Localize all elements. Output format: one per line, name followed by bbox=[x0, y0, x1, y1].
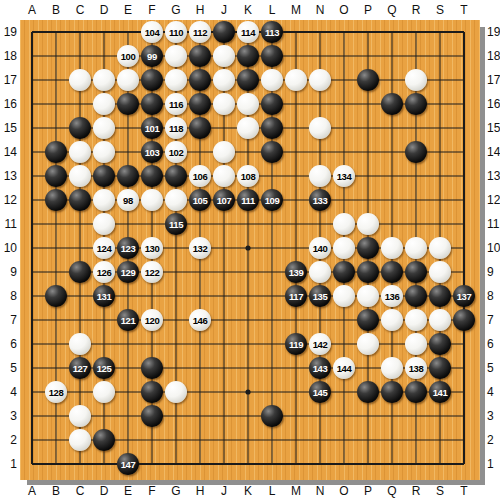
stone-D11-white bbox=[93, 213, 115, 235]
stone-C12-black bbox=[69, 189, 91, 211]
col-label-O: O bbox=[332, 483, 356, 500]
stone-G14-white: 102 bbox=[165, 141, 187, 163]
stone-S4-black: 141 bbox=[429, 381, 451, 403]
col-label-A: A bbox=[20, 0, 44, 20]
stone-C13-white bbox=[69, 165, 91, 187]
stone-E12-white: 98 bbox=[117, 189, 139, 211]
row-label-15: 15 bbox=[0, 116, 20, 140]
stone-S10-white bbox=[429, 237, 451, 259]
col-label-P: P bbox=[356, 0, 380, 20]
stone-Q16-black bbox=[381, 93, 403, 115]
col-label-T: T bbox=[452, 483, 476, 500]
stone-F4-black bbox=[141, 381, 163, 403]
row-label-17: 17 bbox=[487, 68, 500, 92]
col-label-B: B bbox=[44, 0, 68, 20]
stone-F9-white: 122 bbox=[141, 261, 163, 283]
stone-L17-white bbox=[261, 69, 283, 91]
col-label-R: R bbox=[404, 483, 428, 500]
stone-B12-black bbox=[45, 189, 67, 211]
stone-O10-white bbox=[333, 237, 355, 259]
stone-S7-white bbox=[429, 309, 451, 331]
stone-O11-white bbox=[333, 213, 355, 235]
row-label-14: 14 bbox=[487, 140, 500, 164]
row-label-11: 11 bbox=[0, 212, 20, 236]
stone-H19-white: 112 bbox=[189, 21, 211, 43]
col-label-J: J bbox=[212, 0, 236, 20]
stone-N5-black: 143 bbox=[309, 357, 331, 379]
stone-Q8-white: 136 bbox=[381, 285, 403, 307]
row-label-7: 7 bbox=[487, 308, 500, 332]
stone-Q7-white bbox=[381, 309, 403, 331]
stone-K15-white bbox=[237, 117, 259, 139]
row-label-15: 15 bbox=[487, 116, 500, 140]
col-label-G: G bbox=[164, 0, 188, 20]
row-label-13: 13 bbox=[487, 164, 500, 188]
stone-G4-white bbox=[165, 381, 187, 403]
stone-J18-white bbox=[213, 45, 235, 67]
col-label-B: B bbox=[44, 483, 68, 500]
col-label-K: K bbox=[236, 483, 260, 500]
stone-F12-white bbox=[141, 189, 163, 211]
col-label-M: M bbox=[284, 0, 308, 20]
stone-D8-black: 131 bbox=[93, 285, 115, 307]
stone-R16-black bbox=[405, 93, 427, 115]
stone-G16-white: 116 bbox=[165, 93, 187, 115]
stone-N10-white: 140 bbox=[309, 237, 331, 259]
stone-F3-black bbox=[141, 405, 163, 427]
stone-F16-black bbox=[141, 93, 163, 115]
stone-E17-white bbox=[117, 69, 139, 91]
stone-M9-black: 139 bbox=[285, 261, 307, 283]
stone-G13-black bbox=[165, 165, 187, 187]
stone-H16-black bbox=[189, 93, 211, 115]
stone-H7-white: 146 bbox=[189, 309, 211, 331]
stone-N8-black: 135 bbox=[309, 285, 331, 307]
stone-R10-white bbox=[405, 237, 427, 259]
stone-M8-black: 117 bbox=[285, 285, 307, 307]
stone-B14-black bbox=[45, 141, 67, 163]
stone-K18-black bbox=[237, 45, 259, 67]
row-label-5: 5 bbox=[0, 356, 20, 380]
stone-H10-white: 132 bbox=[189, 237, 211, 259]
row-label-11: 11 bbox=[487, 212, 500, 236]
stone-J19-black bbox=[213, 21, 235, 43]
col-label-N: N bbox=[308, 0, 332, 20]
stone-N15-white bbox=[309, 117, 331, 139]
stone-E9-black: 129 bbox=[117, 261, 139, 283]
col-label-O: O bbox=[332, 0, 356, 20]
stone-F13-black bbox=[141, 165, 163, 187]
stone-R17-white bbox=[405, 69, 427, 91]
stone-T8-black: 137 bbox=[453, 285, 475, 307]
go-board[interactable]: 1041101121141131009911610111810310210610… bbox=[20, 20, 480, 480]
col-label-C: C bbox=[68, 483, 92, 500]
stone-G12-white bbox=[165, 189, 187, 211]
stone-R7-white bbox=[405, 309, 427, 331]
col-label-H: H bbox=[188, 483, 212, 500]
stone-M17-white bbox=[285, 69, 307, 91]
stone-E1-black: 147 bbox=[117, 453, 139, 475]
row-label-18: 18 bbox=[0, 44, 20, 68]
row-label-9: 9 bbox=[0, 260, 20, 284]
col-label-S: S bbox=[428, 483, 452, 500]
stone-O5-white: 144 bbox=[333, 357, 355, 379]
col-label-D: D bbox=[92, 483, 116, 500]
stone-P10-black bbox=[357, 237, 379, 259]
row-label-16: 16 bbox=[487, 92, 500, 116]
stone-H18-black bbox=[189, 45, 211, 67]
stone-C6-white bbox=[69, 333, 91, 355]
stone-E7-black: 121 bbox=[117, 309, 139, 331]
stone-L3-black bbox=[261, 405, 283, 427]
col-label-K: K bbox=[236, 0, 260, 20]
stone-J17-white bbox=[213, 69, 235, 91]
stone-E10-black: 123 bbox=[117, 237, 139, 259]
stone-D2-black bbox=[93, 429, 115, 451]
stone-P4-black bbox=[357, 381, 379, 403]
stone-D13-black bbox=[93, 165, 115, 187]
stone-F5-black bbox=[141, 357, 163, 379]
stone-S5-black bbox=[429, 357, 451, 379]
column-labels-top: ABCDEFGHJKLMNOPQRST bbox=[20, 0, 476, 20]
row-label-12: 12 bbox=[487, 188, 500, 212]
stone-P7-black bbox=[357, 309, 379, 331]
stone-N6-white: 142 bbox=[309, 333, 331, 355]
row-labels-left: 19181716151413121110987654321 bbox=[0, 20, 20, 476]
row-label-10: 10 bbox=[487, 236, 500, 260]
stone-K13-white: 108 bbox=[237, 165, 259, 187]
stone-K12-black: 111 bbox=[237, 189, 259, 211]
col-label-A: A bbox=[20, 483, 44, 500]
col-label-S: S bbox=[428, 0, 452, 20]
stone-G18-white bbox=[165, 45, 187, 67]
stone-G15-white: 118 bbox=[165, 117, 187, 139]
stone-D17-white bbox=[93, 69, 115, 91]
stone-C2-white bbox=[69, 429, 91, 451]
row-label-10: 10 bbox=[0, 236, 20, 260]
stone-H15-black bbox=[189, 117, 211, 139]
stone-Q10-white bbox=[381, 237, 403, 259]
stone-K19-white: 114 bbox=[237, 21, 259, 43]
stone-R14-black bbox=[405, 141, 427, 163]
stone-J16-white bbox=[213, 93, 235, 115]
stone-N9-white bbox=[309, 261, 331, 283]
col-label-L: L bbox=[260, 0, 284, 20]
row-label-4: 4 bbox=[487, 380, 500, 404]
stone-J12-black: 107 bbox=[213, 189, 235, 211]
stone-L18-black bbox=[261, 45, 283, 67]
col-label-F: F bbox=[140, 483, 164, 500]
stone-H17-black bbox=[189, 69, 211, 91]
stone-L12-black: 109 bbox=[261, 189, 283, 211]
stone-M6-black: 119 bbox=[285, 333, 307, 355]
stone-Q9-black bbox=[381, 261, 403, 283]
col-label-F: F bbox=[140, 0, 164, 20]
stone-E18-white: 100 bbox=[117, 45, 139, 67]
stone-R8-black bbox=[405, 285, 427, 307]
row-label-3: 3 bbox=[0, 404, 20, 428]
stone-P11-white bbox=[357, 213, 379, 235]
stone-C3-white bbox=[69, 405, 91, 427]
col-label-H: H bbox=[188, 0, 212, 20]
row-label-19: 19 bbox=[0, 20, 20, 44]
col-label-G: G bbox=[164, 483, 188, 500]
col-label-R: R bbox=[404, 0, 428, 20]
stone-C15-black bbox=[69, 117, 91, 139]
stone-F17-black bbox=[141, 69, 163, 91]
stone-E16-black bbox=[117, 93, 139, 115]
col-label-E: E bbox=[116, 0, 140, 20]
row-label-2: 2 bbox=[0, 428, 20, 452]
stone-F18-black: 99 bbox=[141, 45, 163, 67]
stone-S6-black bbox=[429, 333, 451, 355]
col-label-N: N bbox=[308, 483, 332, 500]
row-label-8: 8 bbox=[0, 284, 20, 308]
col-label-L: L bbox=[260, 483, 284, 500]
stone-G19-white: 110 bbox=[165, 21, 187, 43]
row-label-1: 1 bbox=[487, 452, 500, 476]
stone-R9-black bbox=[405, 261, 427, 283]
row-label-19: 19 bbox=[487, 20, 500, 44]
stone-O8-white bbox=[333, 285, 355, 307]
stone-Q4-black bbox=[381, 381, 403, 403]
row-label-16: 16 bbox=[0, 92, 20, 116]
row-label-5: 5 bbox=[487, 356, 500, 380]
stone-P17-black bbox=[357, 69, 379, 91]
stone-R4-black bbox=[405, 381, 427, 403]
stone-N4-black: 145 bbox=[309, 381, 331, 403]
row-label-4: 4 bbox=[0, 380, 20, 404]
stone-B4-white: 128 bbox=[45, 381, 67, 403]
stone-F15-black: 101 bbox=[141, 117, 163, 139]
row-labels-right: 19181716151413121110987654321 bbox=[487, 20, 500, 476]
stones-layer: 1041101121141131009911610111810310210610… bbox=[20, 20, 476, 476]
col-label-J: J bbox=[212, 483, 236, 500]
stone-D15-white bbox=[93, 117, 115, 139]
stone-F7-white: 120 bbox=[141, 309, 163, 331]
stone-H12-black: 105 bbox=[189, 189, 211, 211]
stone-E13-black bbox=[117, 165, 139, 187]
column-labels-bottom: ABCDEFGHJKLMNOPQRST bbox=[20, 483, 476, 500]
stone-C9-black bbox=[69, 261, 91, 283]
stone-H13-white: 106 bbox=[189, 165, 211, 187]
stone-D10-white: 124 bbox=[93, 237, 115, 259]
stone-J13-white bbox=[213, 165, 235, 187]
stone-L16-black bbox=[261, 93, 283, 115]
go-board-app: ABCDEFGHJKLMNOPQRST ABCDEFGHJKLMNOPQRST … bbox=[0, 0, 500, 500]
stone-N17-white bbox=[309, 69, 331, 91]
stone-O9-black bbox=[333, 261, 355, 283]
stone-K16-white bbox=[237, 93, 259, 115]
stone-D14-white bbox=[93, 141, 115, 163]
stone-D9-white: 126 bbox=[93, 261, 115, 283]
stone-P8-white bbox=[357, 285, 379, 307]
col-label-D: D bbox=[92, 0, 116, 20]
stone-D5-black: 125 bbox=[93, 357, 115, 379]
stone-D12-white bbox=[93, 189, 115, 211]
stone-D16-white bbox=[93, 93, 115, 115]
stone-P6-white bbox=[357, 333, 379, 355]
col-label-Q: Q bbox=[380, 0, 404, 20]
col-label-E: E bbox=[116, 483, 140, 500]
stone-C14-white bbox=[69, 141, 91, 163]
stone-N12-black: 133 bbox=[309, 189, 331, 211]
stone-B13-black bbox=[45, 165, 67, 187]
stone-F19-white: 104 bbox=[141, 21, 163, 43]
stone-P9-black bbox=[357, 261, 379, 283]
row-label-8: 8 bbox=[487, 284, 500, 308]
row-label-18: 18 bbox=[487, 44, 500, 68]
col-label-M: M bbox=[284, 483, 308, 500]
stone-R5-white: 138 bbox=[405, 357, 427, 379]
stone-B8-black bbox=[45, 285, 67, 307]
col-label-Q: Q bbox=[380, 483, 404, 500]
stone-N13-white bbox=[309, 165, 331, 187]
stone-S8-black bbox=[429, 285, 451, 307]
stone-O13-white: 134 bbox=[333, 165, 355, 187]
stone-R6-white bbox=[405, 333, 427, 355]
stone-D4-white bbox=[93, 381, 115, 403]
col-label-C: C bbox=[68, 0, 92, 20]
row-label-9: 9 bbox=[487, 260, 500, 284]
stone-S9-white bbox=[429, 261, 451, 283]
stone-G17-white bbox=[165, 69, 187, 91]
stone-F14-black: 103 bbox=[141, 141, 163, 163]
stone-K17-black bbox=[237, 69, 259, 91]
row-label-7: 7 bbox=[0, 308, 20, 332]
row-label-1: 1 bbox=[0, 452, 20, 476]
row-label-2: 2 bbox=[487, 428, 500, 452]
stone-F10-white: 130 bbox=[141, 237, 163, 259]
stone-J14-white bbox=[213, 141, 235, 163]
row-label-12: 12 bbox=[0, 188, 20, 212]
row-label-17: 17 bbox=[0, 68, 20, 92]
stone-G11-black: 115 bbox=[165, 213, 187, 235]
stone-L14-black bbox=[261, 141, 283, 163]
row-label-6: 6 bbox=[487, 332, 500, 356]
row-label-3: 3 bbox=[487, 404, 500, 428]
stone-Q5-white bbox=[381, 357, 403, 379]
stone-L15-black bbox=[261, 117, 283, 139]
stone-C5-black: 127 bbox=[69, 357, 91, 379]
col-label-T: T bbox=[452, 0, 476, 20]
row-label-14: 14 bbox=[0, 140, 20, 164]
stone-L19-black: 113 bbox=[261, 21, 283, 43]
col-label-P: P bbox=[356, 483, 380, 500]
stone-C17-white bbox=[69, 69, 91, 91]
stone-T7-black bbox=[453, 309, 475, 331]
row-label-13: 13 bbox=[0, 164, 20, 188]
row-label-6: 6 bbox=[0, 332, 20, 356]
